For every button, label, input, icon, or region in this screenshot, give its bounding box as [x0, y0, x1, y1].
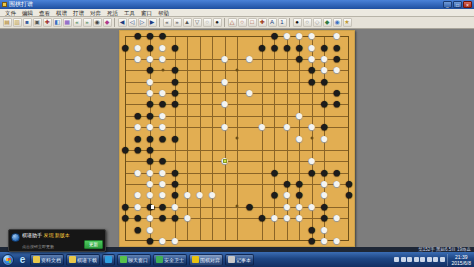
- board-cell-r11c18[interactable]: [330, 144, 342, 155]
- board-cell-r3c12[interactable]: [256, 53, 268, 64]
- board-cell-r14c12[interactable]: [256, 178, 268, 189]
- board-cell-r9c12[interactable]: ●: [256, 121, 268, 132]
- board-cell-r10c15[interactable]: ●: [293, 132, 305, 143]
- board-cell-r15c19[interactable]: ●: [343, 189, 355, 200]
- board-cell-r6c19[interactable]: [343, 87, 355, 98]
- board-cell-r6c11[interactable]: ●: [243, 87, 255, 98]
- minimize-button[interactable]: _: [443, 1, 452, 8]
- board-cell-r17c12[interactable]: ●: [256, 212, 268, 223]
- board-cell-r5c10[interactable]: [231, 76, 243, 87]
- board-cell-r11c19[interactable]: [343, 144, 355, 155]
- board-cell-r16c11[interactable]: ●: [243, 201, 255, 212]
- undo-icon[interactable]: «: [73, 18, 82, 27]
- board-cell-r17c14[interactable]: ●: [281, 212, 293, 223]
- board-cell-r3c6[interactable]: [181, 53, 193, 64]
- tray-icon-7[interactable]: [440, 257, 445, 262]
- paste-icon[interactable]: ▦: [63, 18, 72, 27]
- board-cell-r13c6[interactable]: [181, 167, 193, 178]
- board-cell-r3c2[interactable]: ●: [131, 53, 143, 64]
- board-cell-r8c6[interactable]: [181, 110, 193, 121]
- board-cell-r6c6[interactable]: [181, 87, 193, 98]
- board-cell-r6c8[interactable]: [206, 87, 218, 98]
- board-cell-r17c18[interactable]: ●: [330, 212, 342, 223]
- board-cell-r13c9[interactable]: [219, 167, 231, 178]
- board-cell-r12c14[interactable]: [281, 155, 293, 166]
- board-cell-r19c14[interactable]: [281, 235, 293, 246]
- board-cell-r5c8[interactable]: [206, 76, 218, 87]
- board-cell-r11c17[interactable]: [318, 144, 330, 155]
- redo-icon[interactable]: »: [83, 18, 92, 27]
- board-cell-r19c13[interactable]: [268, 235, 280, 246]
- board-cell-r3c4[interactable]: ●: [156, 53, 168, 64]
- board-cell-r13c1[interactable]: [119, 167, 131, 178]
- board-cell-r9c18[interactable]: [330, 121, 342, 132]
- board-cell-r9c10[interactable]: [231, 121, 243, 132]
- board-cell-r5c13[interactable]: [268, 76, 280, 87]
- board-cell-r5c12[interactable]: [256, 76, 268, 87]
- board-cell-r19c5[interactable]: ●: [169, 235, 181, 246]
- board-cell-r11c15[interactable]: [293, 144, 305, 155]
- board-cell-r14c10[interactable]: [231, 178, 243, 189]
- taskbar-button-icon: [228, 256, 235, 263]
- board-cell-r17c7[interactable]: [194, 212, 206, 223]
- print-icon[interactable]: ▣: [33, 18, 42, 27]
- board-cell-r7c5[interactable]: ●: [169, 98, 181, 109]
- board-cell-r14c18[interactable]: ●: [330, 178, 342, 189]
- board-cell-r2c12[interactable]: ●: [256, 41, 268, 52]
- board-cell-r8c10[interactable]: [231, 110, 243, 121]
- fwd10-icon[interactable]: »: [173, 18, 182, 27]
- menu-item-2[interactable]: 查看: [36, 9, 53, 17]
- board-cell-r14c1[interactable]: [119, 178, 131, 189]
- board-cell-r10c4[interactable]: ●: [156, 132, 168, 143]
- board-cell-r10c17[interactable]: ●: [318, 132, 330, 143]
- board-cell-r18c1[interactable]: [119, 223, 131, 234]
- board-cell-r10c12[interactable]: [256, 132, 268, 143]
- board-cell-r13c12[interactable]: [256, 167, 268, 178]
- board-cell-r4c6[interactable]: [181, 64, 193, 75]
- cut-icon[interactable]: ✚: [43, 18, 52, 27]
- menu-item-0[interactable]: 文件: [2, 9, 19, 17]
- board-cell-r3c11[interactable]: ●: [243, 53, 255, 64]
- board-cell-r18c8[interactable]: [206, 223, 218, 234]
- board-cell-r7c14[interactable]: [281, 98, 293, 109]
- board-cell-r10c14[interactable]: [281, 132, 293, 143]
- star-point: [236, 68, 239, 71]
- board-cell-r2c14[interactable]: ●: [281, 41, 293, 52]
- board-cell-r5c6[interactable]: [181, 76, 193, 87]
- board-cell-r8c18[interactable]: [330, 110, 342, 121]
- board-cell-r12c10[interactable]: [231, 155, 243, 166]
- board-cell-r8c5[interactable]: [169, 110, 181, 121]
- board-cell-r8c13[interactable]: [268, 110, 280, 121]
- board-cell-r3c7[interactable]: [194, 53, 206, 64]
- board-cell-r4c2[interactable]: [131, 64, 143, 75]
- board-cell-r10c8[interactable]: [206, 132, 218, 143]
- board-cell-r4c19[interactable]: [343, 64, 355, 75]
- mark-circle-icon[interactable]: ○: [238, 18, 247, 27]
- board-cell-r19c17[interactable]: ●: [318, 235, 330, 246]
- board-cell-r19c2[interactable]: [131, 235, 143, 246]
- board-cell-r12c11[interactable]: [243, 155, 255, 166]
- white-stone-icon[interactable]: ○: [303, 18, 312, 27]
- board-cell-r9c14[interactable]: ●: [281, 121, 293, 132]
- board-cell-r18c10[interactable]: [231, 223, 243, 234]
- first-move-icon[interactable]: ◀: [118, 18, 127, 27]
- board-cell-r15c7[interactable]: ●: [194, 189, 206, 200]
- board-cell-r19c19[interactable]: [343, 235, 355, 246]
- tray-icon-1[interactable]: [401, 257, 406, 262]
- menu-item-4[interactable]: 打谱: [70, 9, 87, 17]
- board-cell-r19c11[interactable]: [243, 235, 255, 246]
- board-cell-r11c14[interactable]: [281, 144, 293, 155]
- board-cell-r13c2[interactable]: ●: [131, 167, 143, 178]
- board-cell-r11c2[interactable]: ●: [131, 144, 143, 155]
- board-cell-r2c8[interactable]: [206, 41, 218, 52]
- board-cell-r3c14[interactable]: [281, 53, 293, 64]
- board-cell-r17c1[interactable]: ●: [119, 212, 131, 223]
- board-cell-r8c7[interactable]: [194, 110, 206, 121]
- board-cell-r3c8[interactable]: [206, 53, 218, 64]
- board-cell-r15c13[interactable]: ●: [268, 189, 280, 200]
- mark-tri-icon[interactable]: △: [228, 18, 237, 27]
- board-cell-r12c19[interactable]: [343, 155, 355, 166]
- board-cell-r2c5[interactable]: ●: [169, 41, 181, 52]
- tray-icon-2[interactable]: [407, 257, 412, 262]
- new-icon[interactable]: ▤: [3, 18, 12, 27]
- board-cell-r8c15[interactable]: ●: [293, 110, 305, 121]
- last-move-icon[interactable]: ▶: [148, 18, 157, 27]
- board-cell-r14c16[interactable]: [306, 178, 318, 189]
- back10-icon[interactable]: «: [163, 18, 172, 27]
- board-cell-r13c7[interactable]: [194, 167, 206, 178]
- menu-item-5[interactable]: 对弈: [87, 9, 104, 17]
- board-cell-r9c19[interactable]: [343, 121, 355, 132]
- board-cell-r3c9[interactable]: ●: [219, 53, 231, 64]
- board-cell-r10c11[interactable]: [243, 132, 255, 143]
- taskbar-button-5[interactable]: 围棋对弈: [189, 254, 223, 266]
- board-cell-r9c16[interactable]: ●: [306, 121, 318, 132]
- board-cell-r17c5[interactable]: ●: [169, 212, 181, 223]
- board-cell-r3c19[interactable]: [343, 53, 355, 64]
- board-cell-r1c7[interactable]: [194, 30, 206, 41]
- board-cell-r16c19[interactable]: [343, 201, 355, 212]
- board-cell-r5c15[interactable]: [293, 76, 305, 87]
- board-cell-r14c11[interactable]: [243, 178, 255, 189]
- board-cell-r16c16[interactable]: ●: [306, 201, 318, 212]
- board-cell-r18c7[interactable]: [194, 223, 206, 234]
- board-cell-r6c12[interactable]: [256, 87, 268, 98]
- board-cell-r6c15[interactable]: [293, 87, 305, 98]
- board-cell-r16c9[interactable]: [219, 201, 231, 212]
- board-cell-r18c11[interactable]: [243, 223, 255, 234]
- board-cell-r3c1[interactable]: [119, 53, 131, 64]
- taskbar-button-0[interactable]: 资料文档: [30, 254, 64, 266]
- board-cell-r12c15[interactable]: [293, 155, 305, 166]
- label-1-icon[interactable]: 1: [278, 18, 287, 27]
- board-cell-r15c6[interactable]: ●: [181, 189, 193, 200]
- board-cell-r11c10[interactable]: [231, 144, 243, 155]
- board-cell-r9c13[interactable]: [268, 121, 280, 132]
- board-cell-r5c1[interactable]: [119, 76, 131, 87]
- board-cell-r1c8[interactable]: [206, 30, 218, 41]
- board-cell-r2c6[interactable]: [181, 41, 193, 52]
- board-cell-r13c8[interactable]: [206, 167, 218, 178]
- board-cell-r3c15[interactable]: ●: [293, 53, 305, 64]
- board-cell-r8c1[interactable]: [119, 110, 131, 121]
- black-stone: ●: [171, 133, 179, 144]
- board-cell-r19c4[interactable]: ●: [156, 235, 168, 246]
- board-cell-r5c16[interactable]: ●: [306, 76, 318, 87]
- board-cell-r8c19[interactable]: [343, 110, 355, 121]
- board-cell-r9c11[interactable]: [243, 121, 255, 132]
- board-cell-r6c1[interactable]: [119, 87, 131, 98]
- board-cell-r1c9[interactable]: [219, 30, 231, 41]
- board-cell-r10c6[interactable]: [181, 132, 193, 143]
- board-cell-r4c7[interactable]: [194, 64, 206, 75]
- board-cell-r6c7[interactable]: [194, 87, 206, 98]
- board-cell-r7c9[interactable]: ●: [219, 98, 231, 109]
- up-var-icon[interactable]: ▲: [183, 18, 192, 27]
- tray-icon-0[interactable]: [394, 257, 399, 262]
- board-cell-r5c7[interactable]: [194, 76, 206, 87]
- board-cell-r1c19[interactable]: [343, 30, 355, 41]
- taskbar-button-4[interactable]: 安全卫士: [153, 254, 187, 266]
- board-cell-r11c5[interactable]: [169, 144, 181, 155]
- board-cell-r4c12[interactable]: [256, 64, 268, 75]
- board-cell-r2c19[interactable]: [343, 41, 355, 52]
- notification-toast[interactable]: 棋谱助手 发现 新版本 点击按钮立即更新 更新: [8, 229, 106, 252]
- board-cell-r10c7[interactable]: [194, 132, 206, 143]
- board-cell-r2c1[interactable]: ●: [119, 41, 131, 52]
- board-cell-r10c18[interactable]: [330, 132, 342, 143]
- board-cell-r9c6[interactable]: [181, 121, 193, 132]
- board-cell-r4c1[interactable]: [119, 64, 131, 75]
- tray-icon-6[interactable]: [433, 257, 438, 262]
- board-cell-r12c6[interactable]: [181, 155, 193, 166]
- board-cell-r2c13[interactable]: ●: [268, 41, 280, 52]
- board-cell-r7c16[interactable]: [306, 98, 318, 109]
- board-cell-r10c19[interactable]: [343, 132, 355, 143]
- taskbar-button-1[interactable]: 棋谱下载: [66, 254, 100, 266]
- board-cell-r13c16[interactable]: ●: [306, 167, 318, 178]
- board-cell-r6c2[interactable]: [131, 87, 143, 98]
- board-cell-r13c13[interactable]: ●: [268, 167, 280, 178]
- board-cell-r9c7[interactable]: [194, 121, 206, 132]
- board-cell-r4c14[interactable]: [281, 64, 293, 75]
- board-cell-r18c9[interactable]: [219, 223, 231, 234]
- board-cell-r19c1[interactable]: [119, 235, 131, 246]
- tray-icon-4[interactable]: [420, 257, 425, 262]
- menu-item-7[interactable]: 工具: [121, 9, 138, 17]
- board-cell-r11c13[interactable]: [268, 144, 280, 155]
- board-cell-r2c7[interactable]: [194, 41, 206, 52]
- board-cell-r19c9[interactable]: [219, 235, 231, 246]
- board-cell-r19c6[interactable]: [181, 235, 193, 246]
- taskbar-clock[interactable]: 21:39 2015/6/8: [447, 254, 474, 266]
- taskbar-button-6[interactable]: 记事本: [225, 254, 254, 266]
- board-cell-r5c14[interactable]: [281, 76, 293, 87]
- board-cell-r19c18[interactable]: ●: [330, 235, 342, 246]
- board-cell-r4c18[interactable]: ●: [330, 64, 342, 75]
- prev-move-icon[interactable]: ◁: [128, 18, 137, 27]
- board-cell-r7c8[interactable]: [206, 98, 218, 109]
- board-cell-r4c11[interactable]: [243, 64, 255, 75]
- rotate-icon[interactable]: ◆: [323, 18, 332, 27]
- board-cell-r8c8[interactable]: [206, 110, 218, 121]
- board-cell-r18c19[interactable]: [343, 223, 355, 234]
- maximize-button[interactable]: □: [453, 1, 462, 8]
- board-cell-r6c10[interactable]: [231, 87, 243, 98]
- board-cell-r6c14[interactable]: [281, 87, 293, 98]
- board-cell-r13c11[interactable]: [243, 167, 255, 178]
- board-cell-r7c1[interactable]: [119, 98, 131, 109]
- board-cell-r14c9[interactable]: [219, 178, 231, 189]
- board-cell-r7c10[interactable]: [231, 98, 243, 109]
- board-cell-r18c14[interactable]: [281, 223, 293, 234]
- down-var-icon[interactable]: ▽: [193, 18, 202, 27]
- board-cell-r17c6[interactable]: ●: [181, 212, 193, 223]
- board-cell-r7c12[interactable]: [256, 98, 268, 109]
- board-cell-r11c6[interactable]: [181, 144, 193, 155]
- board-cell-r15c8[interactable]: ●: [206, 189, 218, 200]
- board-cell-r7c17[interactable]: ●: [318, 98, 330, 109]
- board-cell-r10c13[interactable]: [268, 132, 280, 143]
- board-cell-r1c11[interactable]: [243, 30, 255, 41]
- board-cell-r5c19[interactable]: [343, 76, 355, 87]
- board-cell-r4c15[interactable]: [293, 64, 305, 75]
- open-icon[interactable]: ▥: [13, 18, 22, 27]
- board-cell-r10c9[interactable]: [219, 132, 231, 143]
- board-cell-r10c5[interactable]: ●: [169, 132, 181, 143]
- zoom-icon[interactable]: ◉: [333, 18, 342, 27]
- board-cell-r11c7[interactable]: [194, 144, 206, 155]
- board-cell-r7c19[interactable]: [343, 98, 355, 109]
- board-cell-r15c12[interactable]: [256, 189, 268, 200]
- board-cell-r7c11[interactable]: [243, 98, 255, 109]
- board-cell-r18c15[interactable]: [293, 223, 305, 234]
- board-cell-r9c1[interactable]: [119, 121, 131, 132]
- mark-square-icon[interactable]: □: [248, 18, 257, 27]
- board-cell-r12c1[interactable]: [119, 155, 131, 166]
- taskbar-button-3[interactable]: 聊天窗口: [117, 254, 151, 266]
- menu-item-6[interactable]: 死活: [104, 9, 121, 17]
- save-icon[interactable]: ■: [23, 18, 32, 27]
- board-cell-r19c15[interactable]: [293, 235, 305, 246]
- start-button[interactable]: [2, 254, 14, 266]
- black-stone: ●: [308, 235, 316, 246]
- board-cell-r11c8[interactable]: [206, 144, 218, 155]
- copy-icon[interactable]: ◧: [53, 18, 62, 27]
- setup-icon[interactable]: ★: [343, 18, 352, 27]
- ie-icon[interactable]: e: [16, 253, 29, 266]
- menu-item-8[interactable]: 窗口: [138, 9, 155, 17]
- board-cell-r6c13[interactable]: [268, 87, 280, 98]
- info-icon[interactable]: ◆: [103, 18, 112, 27]
- auto-icon[interactable]: ●: [213, 18, 222, 27]
- board-cell-r9c8[interactable]: [206, 121, 218, 132]
- board-cell-r17c9[interactable]: [219, 212, 231, 223]
- board-cell-r7c18[interactable]: ●: [330, 98, 342, 109]
- board-cell-r11c12[interactable]: [256, 144, 268, 155]
- board-cell-r19c8[interactable]: [206, 235, 218, 246]
- board-cell-r3c13[interactable]: [268, 53, 280, 64]
- toast-action-button[interactable]: 更新: [84, 240, 103, 249]
- next-move-icon[interactable]: ▷: [138, 18, 147, 27]
- toolbar-separator: [289, 18, 290, 27]
- board-cell-r7c7[interactable]: [194, 98, 206, 109]
- board-cell-r2c10[interactable]: [231, 41, 243, 52]
- board-cell-r5c9[interactable]: ●: [219, 76, 231, 87]
- board-cell-r7c6[interactable]: [181, 98, 193, 109]
- search-icon[interactable]: ◉: [93, 18, 102, 27]
- board-cell-r17c13[interactable]: ●: [268, 212, 280, 223]
- board-cell-r4c8[interactable]: [206, 64, 218, 75]
- tray-icon-3[interactable]: [414, 257, 419, 262]
- board-cell-r17c4[interactable]: ●: [156, 212, 168, 223]
- menu-item-3[interactable]: 棋谱: [53, 9, 70, 17]
- board-cell-r17c15[interactable]: ●: [293, 212, 305, 223]
- board-cell-r11c11[interactable]: [243, 144, 255, 155]
- board-cell-r8c11[interactable]: [243, 110, 255, 121]
- board-cell-r19c12[interactable]: [256, 235, 268, 246]
- board-cell-r3c10[interactable]: [231, 53, 243, 64]
- board-cell-r16c7[interactable]: [194, 201, 206, 212]
- menu-item-1[interactable]: 编辑: [19, 9, 36, 17]
- board-cell-r1c6[interactable]: [181, 30, 193, 41]
- tray-icon-5[interactable]: [427, 257, 432, 262]
- board-cell-r4c13[interactable]: [268, 64, 280, 75]
- board-cell-r18c13[interactable]: [268, 223, 280, 234]
- board-cell-r1c10[interactable]: [231, 30, 243, 41]
- board-cell-r12c12[interactable]: [256, 155, 268, 166]
- board-cell-r17c8[interactable]: [206, 212, 218, 223]
- board-cell-r19c3[interactable]: ●: [144, 235, 156, 246]
- board-cell-r7c13[interactable]: [268, 98, 280, 109]
- board-cell-r18c6[interactable]: [181, 223, 193, 234]
- board-cell-r18c12[interactable]: [256, 223, 268, 234]
- board-cell-r13c10[interactable]: [231, 167, 243, 178]
- board-cell-r9c9[interactable]: ●: [219, 121, 231, 132]
- board-cell-r5c17[interactable]: ●: [318, 76, 330, 87]
- board-cell-r16c8[interactable]: [206, 201, 218, 212]
- board-cell-r12c8[interactable]: [206, 155, 218, 166]
- board-cell-r19c7[interactable]: [194, 235, 206, 246]
- board-cell-r11c1[interactable]: ●: [119, 144, 131, 155]
- board-cell-r15c10[interactable]: [231, 189, 243, 200]
- board-cell-r19c10[interactable]: [231, 235, 243, 246]
- board-cell-r17c11[interactable]: [243, 212, 255, 223]
- board-cell-r12c9[interactable]: ●: [219, 155, 231, 166]
- menu-item-9[interactable]: 帮助: [155, 9, 172, 17]
- board-cell-r5c2[interactable]: [131, 76, 143, 87]
- erase-icon[interactable]: ◇: [313, 18, 322, 27]
- black-stone-icon[interactable]: ●: [293, 18, 302, 27]
- board-cell-r12c7[interactable]: [194, 155, 206, 166]
- pass-icon[interactable]: ○: [203, 18, 212, 27]
- label-a-icon[interactable]: A: [268, 18, 277, 27]
- board-cell-r6c16[interactable]: [306, 87, 318, 98]
- close-button[interactable]: ×: [463, 1, 472, 8]
- board-cell-r18c2[interactable]: ●: [131, 223, 143, 234]
- board-cell-r17c10[interactable]: [231, 212, 243, 223]
- board-cell-r15c18[interactable]: [330, 189, 342, 200]
- board-cell-r17c19[interactable]: [343, 212, 355, 223]
- mark-cross-icon[interactable]: ✚: [258, 18, 267, 27]
- board-cell-r19c16[interactable]: ●: [306, 235, 318, 246]
- taskbar-button-2[interactable]: [102, 254, 115, 266]
- board-cell-r15c9[interactable]: [219, 189, 231, 200]
